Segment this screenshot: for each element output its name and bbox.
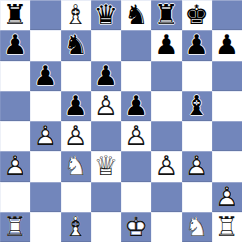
- square-e3[interactable]: [121, 151, 151, 181]
- square-e8[interactable]: ♞: [121, 0, 151, 30]
- black-piece-layer: ♞: [61, 30, 91, 60]
- square-g2[interactable]: [182, 182, 212, 212]
- square-c4[interactable]: ♟♙: [61, 121, 91, 151]
- piece-white-rook[interactable]: ♜♖: [0, 212, 30, 242]
- square-a3[interactable]: ♟♙: [0, 151, 30, 181]
- square-e4[interactable]: ♟♙: [121, 121, 151, 151]
- square-f2[interactable]: [151, 182, 181, 212]
- piece-white-knight[interactable]: ♞♘: [61, 151, 91, 181]
- chess-board: ♜♝♗♛♞♜♚♟♞♟♟♟♟♟♟♟♙♟♝♟♙♟♙♟♙♟♙♞♘♛♕♟♙♟♙♟♙♜♖♝…: [0, 0, 242, 242]
- black-piece-layer: ♟: [182, 30, 212, 60]
- square-a5[interactable]: [0, 91, 30, 121]
- square-b3[interactable]: [30, 151, 60, 181]
- piece-white-pawn[interactable]: ♟♙: [91, 91, 121, 121]
- white-piece-outline-layer: ♙: [91, 91, 121, 121]
- black-piece-layer: ♜: [0, 0, 30, 30]
- square-d3[interactable]: ♛♕: [91, 151, 121, 181]
- square-g1[interactable]: ♞♘: [182, 212, 212, 242]
- square-d8[interactable]: ♛: [91, 0, 121, 30]
- black-piece-layer: ♞: [121, 0, 151, 30]
- square-h5[interactable]: [212, 91, 242, 121]
- white-piece-outline-layer: ♙: [61, 121, 91, 151]
- square-h8[interactable]: [212, 0, 242, 30]
- piece-black-bishop[interactable]: ♝: [182, 91, 212, 121]
- square-c5[interactable]: ♟: [61, 91, 91, 121]
- black-piece-layer: ♝: [182, 91, 212, 121]
- square-e1[interactable]: ♚♔: [121, 212, 151, 242]
- piece-black-pawn[interactable]: ♟: [91, 61, 121, 91]
- black-piece-layer: ♟: [121, 91, 151, 121]
- piece-black-queen[interactable]: ♛: [91, 0, 121, 30]
- square-a1[interactable]: ♜♖: [0, 212, 30, 242]
- white-piece-outline-layer: ♘: [182, 212, 212, 242]
- white-piece-outline-layer: ♙: [212, 182, 242, 212]
- square-f6[interactable]: [151, 61, 181, 91]
- square-h7[interactable]: ♟: [212, 30, 242, 60]
- piece-white-bishop[interactable]: ♝♗: [61, 0, 91, 30]
- square-a2[interactable]: [0, 182, 30, 212]
- square-h6[interactable]: [212, 61, 242, 91]
- black-piece-layer: ♟: [0, 30, 30, 60]
- square-f5[interactable]: [151, 91, 181, 121]
- piece-white-pawn[interactable]: ♟♙: [121, 121, 151, 151]
- piece-white-pawn[interactable]: ♟♙: [182, 151, 212, 181]
- black-piece-layer: ♛: [91, 0, 121, 30]
- square-h4[interactable]: [212, 121, 242, 151]
- piece-black-rook[interactable]: ♜: [0, 0, 30, 30]
- square-c2[interactable]: [61, 182, 91, 212]
- white-piece-outline-layer: ♖: [212, 212, 242, 242]
- black-piece-layer: ♟: [91, 61, 121, 91]
- square-d6[interactable]: ♟: [91, 61, 121, 91]
- square-b7[interactable]: [30, 30, 60, 60]
- square-d1[interactable]: [91, 212, 121, 242]
- white-piece-outline-layer: ♔: [121, 212, 151, 242]
- square-b8[interactable]: [30, 0, 60, 30]
- piece-black-pawn[interactable]: ♟: [151, 30, 181, 60]
- piece-black-knight[interactable]: ♞: [121, 0, 151, 30]
- piece-white-king[interactable]: ♚♔: [121, 212, 151, 242]
- piece-black-king[interactable]: ♚: [182, 0, 212, 30]
- piece-white-pawn[interactable]: ♟♙: [151, 151, 181, 181]
- black-piece-layer: ♜: [151, 0, 181, 30]
- square-c6[interactable]: [61, 61, 91, 91]
- square-g8[interactable]: ♚: [182, 0, 212, 30]
- piece-black-rook[interactable]: ♜: [151, 0, 181, 30]
- square-g3[interactable]: ♟♙: [182, 151, 212, 181]
- piece-white-rook[interactable]: ♜♖: [212, 212, 242, 242]
- square-a8[interactable]: ♜: [0, 0, 30, 30]
- square-f4[interactable]: [151, 121, 181, 151]
- square-f8[interactable]: ♜: [151, 0, 181, 30]
- square-e5[interactable]: ♟: [121, 91, 151, 121]
- piece-black-pawn[interactable]: ♟: [121, 91, 151, 121]
- square-c7[interactable]: ♞: [61, 30, 91, 60]
- piece-white-bishop[interactable]: ♝♗: [61, 212, 91, 242]
- white-piece-outline-layer: ♙: [151, 151, 181, 181]
- piece-white-pawn[interactable]: ♟♙: [30, 121, 60, 151]
- square-a7[interactable]: ♟: [0, 30, 30, 60]
- piece-white-pawn[interactable]: ♟♙: [212, 182, 242, 212]
- white-piece-outline-layer: ♙: [30, 121, 60, 151]
- black-piece-layer: ♟: [151, 30, 181, 60]
- square-d5[interactable]: ♟♙: [91, 91, 121, 121]
- square-g7[interactable]: ♟: [182, 30, 212, 60]
- black-piece-layer: ♟: [30, 61, 60, 91]
- square-h2[interactable]: ♟♙: [212, 182, 242, 212]
- white-piece-outline-layer: ♕: [91, 151, 121, 181]
- square-e2[interactable]: [121, 182, 151, 212]
- square-a4[interactable]: [0, 121, 30, 151]
- square-g6[interactable]: [182, 61, 212, 91]
- square-b2[interactable]: [30, 182, 60, 212]
- square-g5[interactable]: ♝: [182, 91, 212, 121]
- square-f7[interactable]: ♟: [151, 30, 181, 60]
- square-b5[interactable]: [30, 91, 60, 121]
- white-piece-outline-layer: ♙: [182, 151, 212, 181]
- piece-black-knight[interactable]: ♞: [61, 30, 91, 60]
- square-d4[interactable]: [91, 121, 121, 151]
- white-piece-outline-layer: ♘: [61, 151, 91, 181]
- square-c3[interactable]: ♞♘: [61, 151, 91, 181]
- piece-black-pawn[interactable]: ♟: [182, 30, 212, 60]
- piece-white-pawn[interactable]: ♟♙: [61, 121, 91, 151]
- square-g4[interactable]: [182, 121, 212, 151]
- square-h3[interactable]: [212, 151, 242, 181]
- square-e6[interactable]: [121, 61, 151, 91]
- white-piece-outline-layer: ♗: [61, 212, 91, 242]
- piece-black-pawn[interactable]: ♟: [30, 61, 60, 91]
- square-b1[interactable]: [30, 212, 60, 242]
- black-piece-layer: ♚: [182, 0, 212, 30]
- piece-white-knight[interactable]: ♞♘: [182, 212, 212, 242]
- piece-black-pawn[interactable]: ♟: [0, 30, 30, 60]
- square-f1[interactable]: [151, 212, 181, 242]
- piece-black-pawn[interactable]: ♟: [61, 91, 91, 121]
- square-a6[interactable]: [0, 61, 30, 91]
- white-piece-outline-layer: ♗: [61, 0, 91, 30]
- white-piece-outline-layer: ♙: [0, 151, 30, 181]
- square-d2[interactable]: [91, 182, 121, 212]
- black-piece-layer: ♟: [61, 91, 91, 121]
- square-h1[interactable]: ♜♖: [212, 212, 242, 242]
- square-b6[interactable]: ♟: [30, 61, 60, 91]
- white-piece-outline-layer: ♙: [121, 121, 151, 151]
- square-d7[interactable]: [91, 30, 121, 60]
- square-c8[interactable]: ♝♗: [61, 0, 91, 30]
- square-b4[interactable]: ♟♙: [30, 121, 60, 151]
- piece-black-pawn[interactable]: ♟: [212, 30, 242, 60]
- piece-white-pawn[interactable]: ♟♙: [0, 151, 30, 181]
- black-piece-layer: ♟: [212, 30, 242, 60]
- square-c1[interactable]: ♝♗: [61, 212, 91, 242]
- square-f3[interactable]: ♟♙: [151, 151, 181, 181]
- square-e7[interactable]: [121, 30, 151, 60]
- piece-white-queen[interactable]: ♛♕: [91, 151, 121, 181]
- white-piece-outline-layer: ♖: [0, 212, 30, 242]
